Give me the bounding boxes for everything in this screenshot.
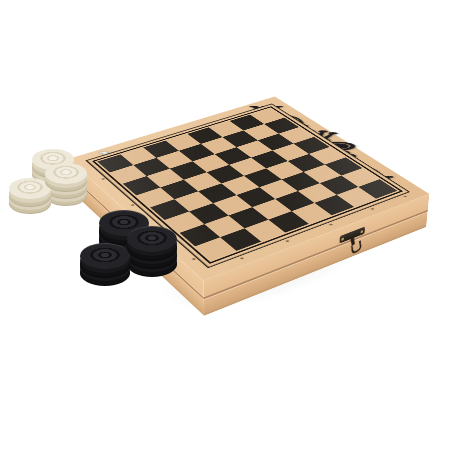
checker-disc-white: [45, 163, 87, 184]
checker-disc-black: [80, 243, 130, 269]
checker-disc-black: [127, 226, 177, 252]
black-checkers-stack: [80, 251, 130, 276]
white-checkers-stack: [9, 185, 51, 206]
checkers-discs: [0, 0, 450, 450]
product-photo: ♜♞♝♛♚♝♞♜♟♟♟♟♟♟♟♟♟♟♟♟♟♟♟♟♜♞♝♛♚♝♞♜: [0, 0, 450, 450]
black-checkers-stack: [127, 242, 177, 267]
checker-disc-white: [9, 178, 51, 199]
white-checkers-stack: [45, 177, 87, 198]
